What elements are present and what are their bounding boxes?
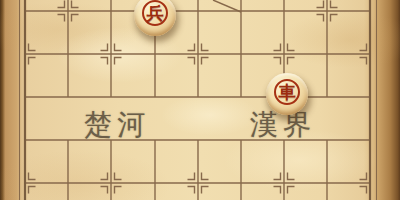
board-grid bbox=[0, 0, 400, 200]
piece-red-soldier[interactable]: 兵 bbox=[134, 0, 176, 36]
piece-glyph: 車 bbox=[266, 73, 308, 111]
river-label-chu-he: 楚河 bbox=[84, 106, 150, 144]
piece-red-chariot[interactable]: 車 bbox=[266, 73, 308, 115]
xiangqi-board[interactable]: 楚河 漢界 兵 車 bbox=[0, 0, 400, 200]
piece-glyph: 兵 bbox=[134, 0, 176, 32]
